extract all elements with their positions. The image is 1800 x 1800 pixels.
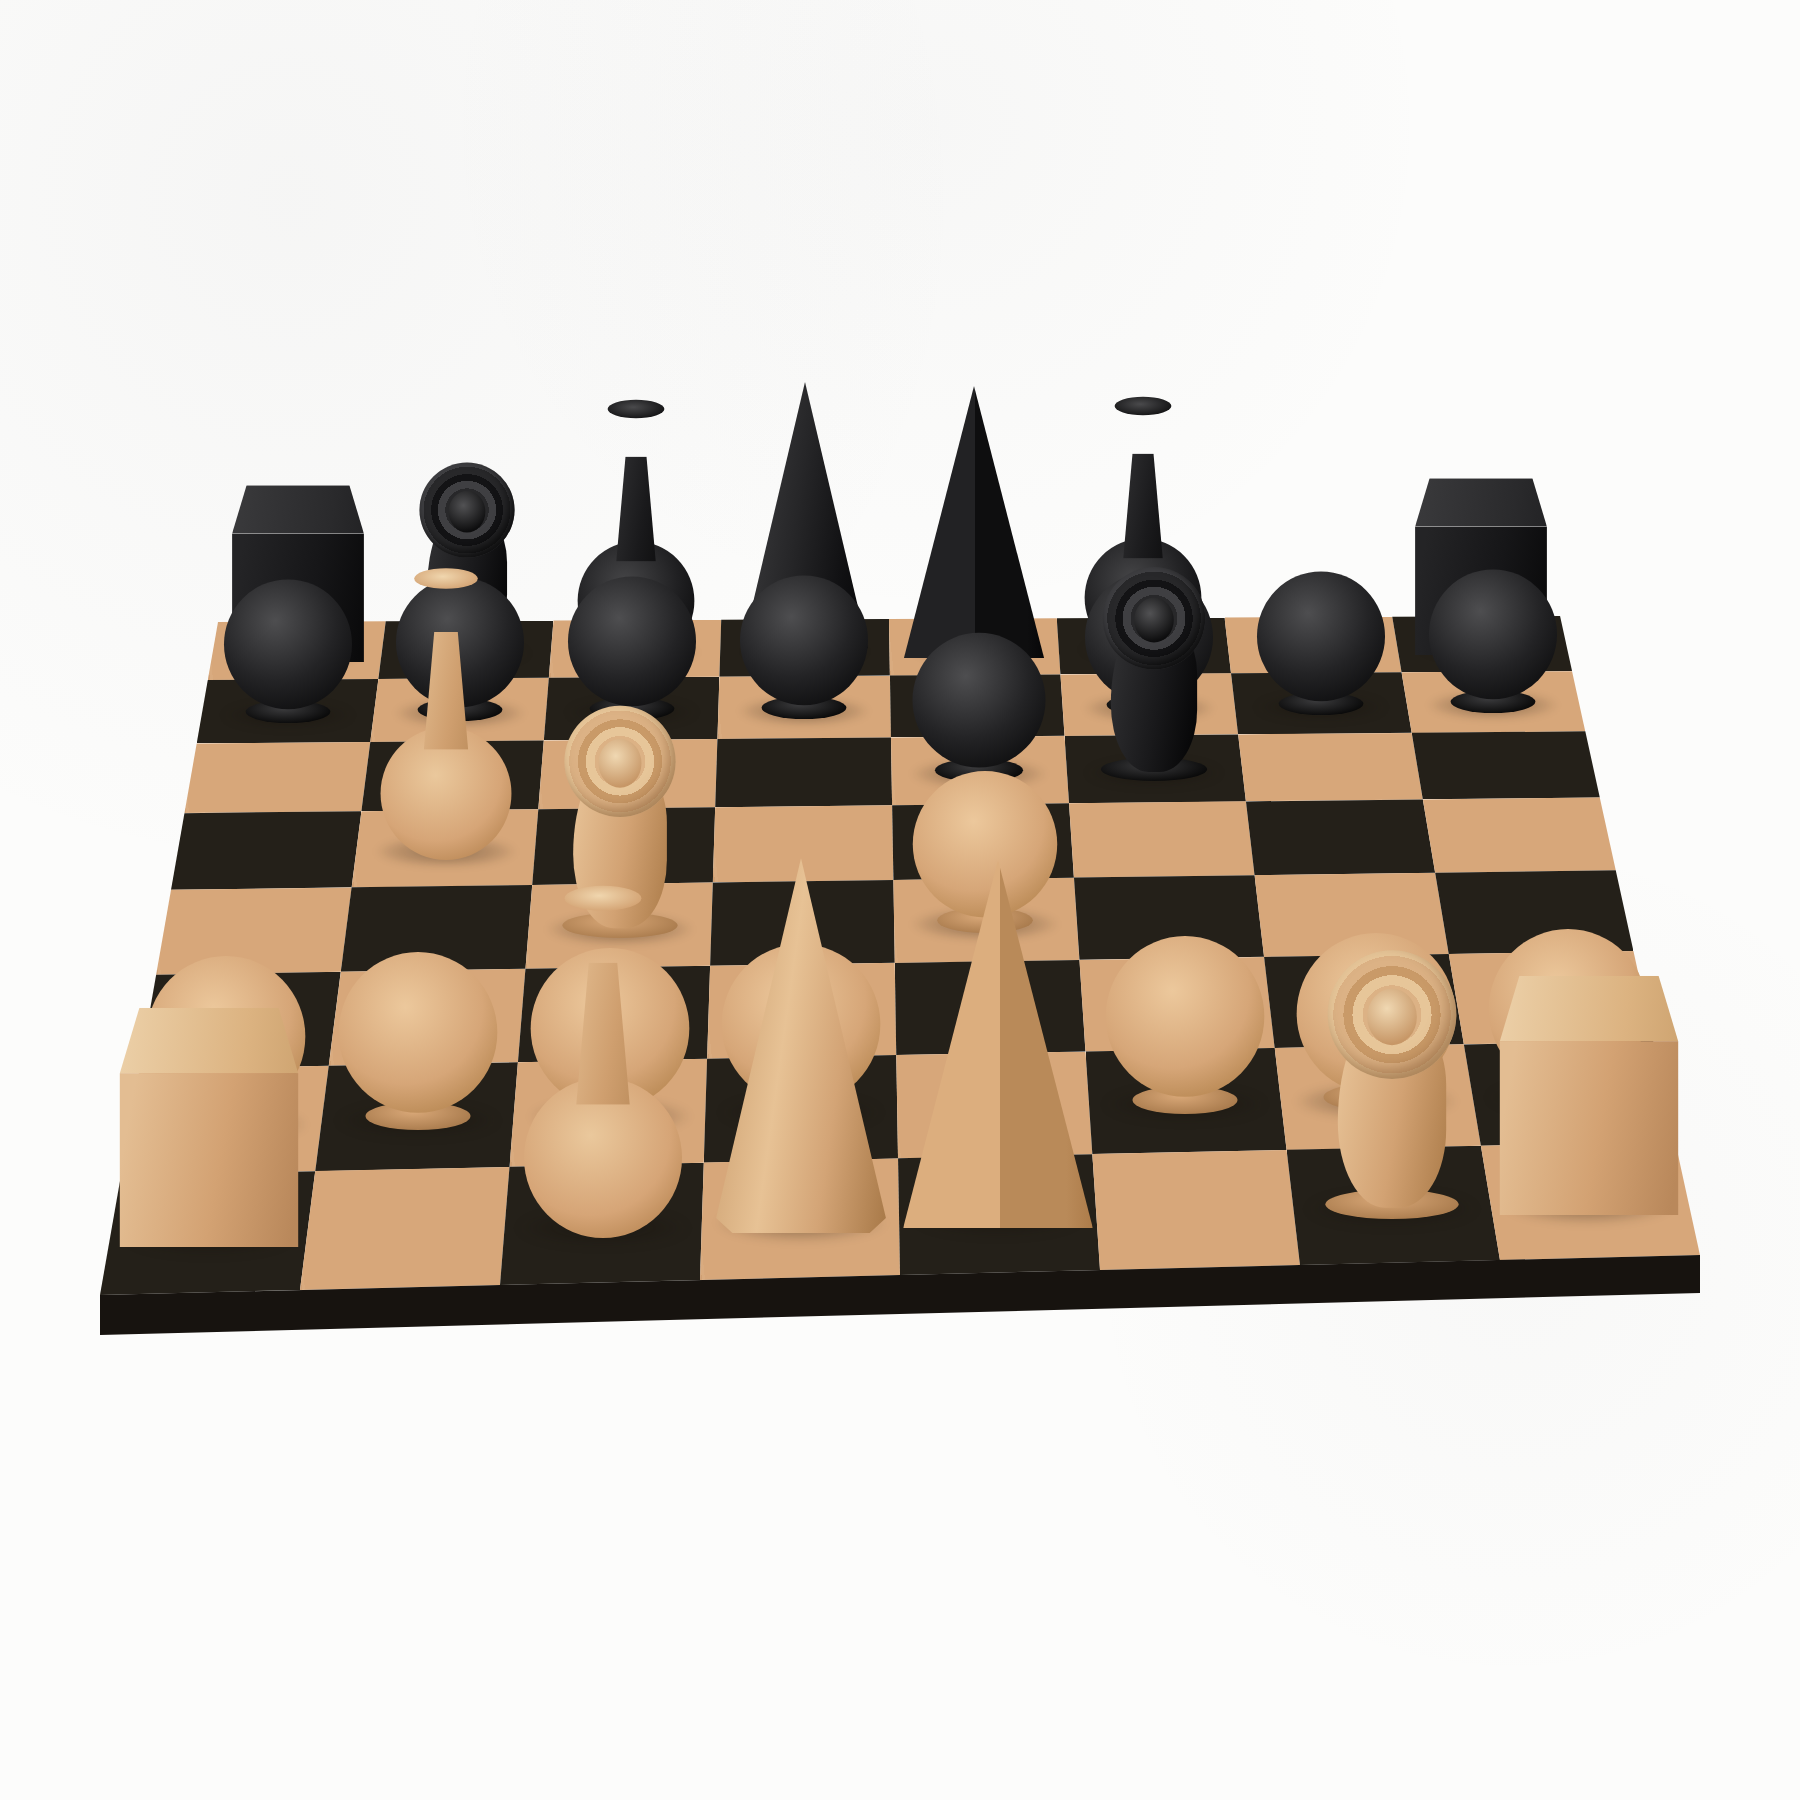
piece-black-knight-violin-f6[interactable] (1087, 567, 1222, 781)
piece-white-rook-cube-a1[interactable] (96, 1007, 322, 1246)
scroll-axle-knob (1367, 989, 1417, 1045)
pawn-sphere (740, 575, 868, 705)
piece-white-king-pyramid-e1[interactable] (903, 860, 1093, 1228)
cube-front-face (1499, 1041, 1677, 1215)
flask-mouth-disc (565, 885, 642, 910)
pawn-sphere (568, 576, 696, 706)
cube-front-face (120, 1073, 298, 1247)
cube-top-face (1416, 478, 1548, 526)
pieces-layer (0, 0, 1800, 1800)
cube-top-face (120, 1007, 298, 1072)
flask-mouth-disc (607, 400, 664, 418)
piece-white-rook-cube-h1[interactable] (1476, 975, 1702, 1214)
piece-black-king-pyramid-e8[interactable] (904, 386, 1044, 658)
cube-top-face (1499, 975, 1677, 1040)
scroll-axle-knob (448, 491, 485, 533)
pyramid-body (903, 860, 1093, 1228)
flask-mouth-disc (414, 569, 478, 590)
scroll-axle-knob (599, 739, 642, 788)
pyramid-body (904, 386, 1044, 658)
pawn-sphere (913, 633, 1046, 768)
piece-white-bishop-flask-c1[interactable] (519, 885, 688, 1237)
piece-black-pawn-sphere-e6[interactable] (912, 633, 1047, 782)
piece-white-queen-cone-d1[interactable] (710, 858, 891, 1233)
piece-black-pawn-sphere-g7[interactable] (1256, 571, 1386, 715)
cone-body (710, 858, 891, 1233)
piece-white-knight-violin-g1[interactable] (1307, 950, 1476, 1219)
piece-white-pawn-sphere-b2[interactable] (338, 952, 499, 1130)
pawn-sphere (1105, 936, 1264, 1097)
piece-white-pawn-sphere-f2[interactable] (1104, 936, 1265, 1114)
pawn-sphere (1428, 570, 1556, 700)
pawn-sphere (339, 952, 498, 1113)
cube-top-face (232, 485, 364, 533)
scroll-axle-knob (1135, 597, 1175, 642)
piece-white-bishop-flask-b5[interactable] (376, 569, 516, 861)
pawn-sphere (1256, 571, 1384, 701)
pawn-sphere (224, 579, 352, 709)
piece-black-pawn-sphere-a7[interactable] (224, 579, 354, 723)
product-photo-scene (0, 0, 1800, 1800)
piece-black-pawn-sphere-d7[interactable] (740, 575, 870, 719)
piece-black-pawn-sphere-h7[interactable] (1428, 570, 1558, 714)
piece-black-pawn-sphere-c7[interactable] (568, 576, 698, 720)
flask-mouth-disc (1115, 397, 1172, 415)
